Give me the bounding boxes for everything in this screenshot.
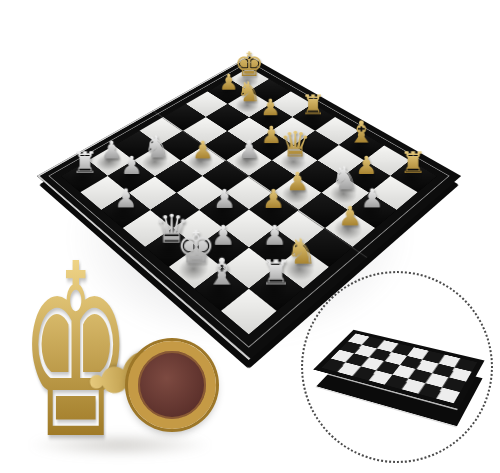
gold-pawn-glyph: ♟ bbox=[219, 71, 239, 93]
gold-queen-glyph: ♛ bbox=[279, 127, 311, 162]
silver-rook-glyph: ♜ bbox=[71, 148, 98, 178]
silver-pawn-glyph: ♟ bbox=[213, 186, 237, 212]
silver-pawn-glyph: ♟ bbox=[262, 222, 287, 250]
gold-rook-glyph: ♜ bbox=[400, 148, 427, 178]
silver-pawn-glyph: ♟ bbox=[361, 186, 385, 212]
gold-pawn-glyph: ♟ bbox=[286, 169, 309, 195]
silver-pawn-glyph: ♟ bbox=[238, 138, 260, 162]
silver-knight-glyph: ♞ bbox=[144, 132, 171, 162]
silver-pawn-glyph: ♟ bbox=[120, 153, 142, 178]
silver-bishop-glyph: ♝ bbox=[205, 254, 238, 291]
gold-bishop-glyph: ♝ bbox=[348, 117, 375, 148]
magnetic-felt-base bbox=[128, 341, 216, 429]
product-photo: ♚♜♝♜♟♞♟♟♟♛♟♟♟♟♞♜♟♛♚♝♟♟♟♜♞♟♟♟♞♟ ♚ ♟ bbox=[0, 0, 500, 473]
gold-pawn-glyph: ♟ bbox=[192, 138, 214, 162]
silver-pawn-glyph: ♟ bbox=[114, 186, 138, 212]
gold-pawn-glyph: ♟ bbox=[260, 96, 281, 119]
silver-knight-glyph: ♞ bbox=[331, 163, 359, 195]
gold-rook-glyph: ♜ bbox=[301, 91, 326, 118]
gold-pawn-glyph: ♟ bbox=[262, 186, 286, 212]
silver-rook-glyph: ♜ bbox=[261, 256, 292, 291]
gold-pawn-glyph: ♟ bbox=[338, 203, 362, 230]
folded-board-scene bbox=[317, 299, 481, 439]
silver-pawn-glyph: ♟ bbox=[100, 138, 122, 162]
folded-board-inset bbox=[301, 271, 493, 463]
gold-knight-glyph: ♞ bbox=[237, 78, 262, 106]
